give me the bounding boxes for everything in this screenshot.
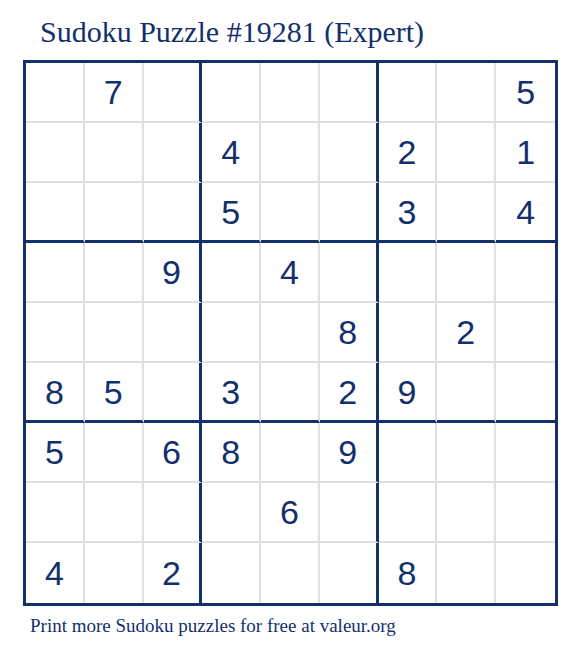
cell-r4c4[interactable] bbox=[202, 243, 261, 303]
cell-r6c5[interactable] bbox=[261, 363, 320, 423]
cell-r9c4[interactable] bbox=[202, 543, 261, 603]
cell-r5c8: 2 bbox=[437, 303, 496, 363]
cell-r3c3[interactable] bbox=[144, 183, 203, 243]
cell-r5c6: 8 bbox=[320, 303, 379, 363]
cell-r9c1: 4 bbox=[26, 543, 85, 603]
cell-r5c5[interactable] bbox=[261, 303, 320, 363]
footer-text: Print more Sudoku puzzles for free at va… bbox=[30, 615, 396, 637]
cell-r9c5[interactable] bbox=[261, 543, 320, 603]
cell-r9c2[interactable] bbox=[85, 543, 144, 603]
cell-r1c8[interactable] bbox=[437, 63, 496, 123]
cell-r2c3[interactable] bbox=[144, 123, 203, 183]
cell-r9c6[interactable] bbox=[320, 543, 379, 603]
cell-r3c7: 3 bbox=[379, 183, 438, 243]
cell-r6c6: 2 bbox=[320, 363, 379, 423]
cell-r6c3[interactable] bbox=[144, 363, 203, 423]
cell-r4c9[interactable] bbox=[496, 243, 555, 303]
cell-r4c6[interactable] bbox=[320, 243, 379, 303]
cell-r9c3: 2 bbox=[144, 543, 203, 603]
cell-r6c4: 3 bbox=[202, 363, 261, 423]
cell-r6c8[interactable] bbox=[437, 363, 496, 423]
cell-r7c1: 5 bbox=[26, 423, 85, 483]
cell-r1c3[interactable] bbox=[144, 63, 203, 123]
cell-r9c8[interactable] bbox=[437, 543, 496, 603]
cell-r7c2[interactable] bbox=[85, 423, 144, 483]
cell-r1c9: 5 bbox=[496, 63, 555, 123]
page-title: Sudoku Puzzle #19281 (Expert) bbox=[40, 15, 424, 49]
cell-r1c5[interactable] bbox=[261, 63, 320, 123]
cell-r4c7[interactable] bbox=[379, 243, 438, 303]
cell-r8c3[interactable] bbox=[144, 483, 203, 543]
cell-r4c5: 4 bbox=[261, 243, 320, 303]
cell-r2c5[interactable] bbox=[261, 123, 320, 183]
cell-r5c1[interactable] bbox=[26, 303, 85, 363]
cell-r7c8[interactable] bbox=[437, 423, 496, 483]
cell-r4c3: 9 bbox=[144, 243, 203, 303]
cell-r1c6[interactable] bbox=[320, 63, 379, 123]
cell-r9c9[interactable] bbox=[496, 543, 555, 603]
cell-r6c2: 5 bbox=[85, 363, 144, 423]
cell-r8c9[interactable] bbox=[496, 483, 555, 543]
cell-r8c1[interactable] bbox=[26, 483, 85, 543]
cell-r1c1[interactable] bbox=[26, 63, 85, 123]
cell-r8c6[interactable] bbox=[320, 483, 379, 543]
cell-r7c9[interactable] bbox=[496, 423, 555, 483]
cell-r7c3: 6 bbox=[144, 423, 203, 483]
cell-r8c4[interactable] bbox=[202, 483, 261, 543]
cell-r7c6: 9 bbox=[320, 423, 379, 483]
cell-r8c2[interactable] bbox=[85, 483, 144, 543]
cell-r5c9[interactable] bbox=[496, 303, 555, 363]
cell-r2c1[interactable] bbox=[26, 123, 85, 183]
cell-r3c1[interactable] bbox=[26, 183, 85, 243]
cell-r5c7[interactable] bbox=[379, 303, 438, 363]
cell-r3c6[interactable] bbox=[320, 183, 379, 243]
cell-r4c8[interactable] bbox=[437, 243, 496, 303]
cell-r3c9: 4 bbox=[496, 183, 555, 243]
cell-r1c7[interactable] bbox=[379, 63, 438, 123]
cell-r8c7[interactable] bbox=[379, 483, 438, 543]
cell-r2c6[interactable] bbox=[320, 123, 379, 183]
cell-r8c8[interactable] bbox=[437, 483, 496, 543]
cell-r1c2: 7 bbox=[85, 63, 144, 123]
cell-r3c2[interactable] bbox=[85, 183, 144, 243]
cell-r2c4: 4 bbox=[202, 123, 261, 183]
cell-r2c7: 2 bbox=[379, 123, 438, 183]
cell-r4c2[interactable] bbox=[85, 243, 144, 303]
cell-r8c5: 6 bbox=[261, 483, 320, 543]
cell-r7c5[interactable] bbox=[261, 423, 320, 483]
cell-r3c4: 5 bbox=[202, 183, 261, 243]
cell-r2c2[interactable] bbox=[85, 123, 144, 183]
cell-r7c4: 8 bbox=[202, 423, 261, 483]
cell-r6c9[interactable] bbox=[496, 363, 555, 423]
sudoku-board: 7542153494828532956896428 bbox=[23, 60, 558, 606]
cell-r5c4[interactable] bbox=[202, 303, 261, 363]
cell-r2c8[interactable] bbox=[437, 123, 496, 183]
cell-r7c7[interactable] bbox=[379, 423, 438, 483]
cell-r5c3[interactable] bbox=[144, 303, 203, 363]
cell-r2c9: 1 bbox=[496, 123, 555, 183]
cell-r6c7: 9 bbox=[379, 363, 438, 423]
cell-r1c4[interactable] bbox=[202, 63, 261, 123]
cell-r6c1: 8 bbox=[26, 363, 85, 423]
cell-r5c2[interactable] bbox=[85, 303, 144, 363]
cell-r9c7: 8 bbox=[379, 543, 438, 603]
cell-r3c8[interactable] bbox=[437, 183, 496, 243]
cell-r3c5[interactable] bbox=[261, 183, 320, 243]
cell-r4c1[interactable] bbox=[26, 243, 85, 303]
